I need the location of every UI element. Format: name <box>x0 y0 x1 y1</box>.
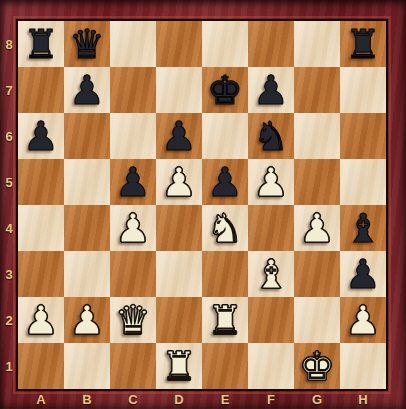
square-d8[interactable] <box>156 21 202 67</box>
piece-black-pawn[interactable]: ♟ <box>161 113 197 159</box>
square-f3[interactable]: ♝ <box>248 251 294 297</box>
piece-white-pawn[interactable]: ♟ <box>299 205 335 251</box>
file-label-f: F <box>248 389 294 409</box>
square-c3[interactable] <box>110 251 156 297</box>
square-h5[interactable] <box>340 159 386 205</box>
square-c2[interactable]: ♛ <box>110 297 156 343</box>
square-b3[interactable] <box>64 251 110 297</box>
square-a6[interactable]: ♟ <box>18 113 64 159</box>
square-h2[interactable]: ♟ <box>340 297 386 343</box>
square-a4[interactable] <box>18 205 64 251</box>
file-label-e: E <box>202 389 248 409</box>
rank-label-4: 4 <box>0 205 18 251</box>
square-f4[interactable] <box>248 205 294 251</box>
piece-black-queen[interactable]: ♛ <box>69 21 105 67</box>
rank-labels: 87654321 <box>0 21 18 389</box>
square-e8[interactable] <box>202 21 248 67</box>
square-d4[interactable] <box>156 205 202 251</box>
rank-label-3: 3 <box>0 251 18 297</box>
file-labels: ABCDEFGH <box>18 389 386 409</box>
square-e4[interactable]: ♞ <box>202 205 248 251</box>
square-e7[interactable]: ♚ <box>202 67 248 113</box>
file-label-a: A <box>18 389 64 409</box>
square-d6[interactable]: ♟ <box>156 113 202 159</box>
piece-white-pawn[interactable]: ♟ <box>161 159 197 205</box>
file-label-h: H <box>340 389 386 409</box>
square-h4[interactable]: ♝ <box>340 205 386 251</box>
piece-white-rook[interactable]: ♜ <box>161 343 197 389</box>
file-label-g: G <box>294 389 340 409</box>
rank-label-1: 1 <box>0 343 18 389</box>
square-d2[interactable] <box>156 297 202 343</box>
square-c8[interactable] <box>110 21 156 67</box>
square-c7[interactable] <box>110 67 156 113</box>
square-h7[interactable] <box>340 67 386 113</box>
piece-black-pawn[interactable]: ♟ <box>23 113 59 159</box>
square-e3[interactable] <box>202 251 248 297</box>
square-h8[interactable]: ♜ <box>340 21 386 67</box>
piece-white-rook[interactable]: ♜ <box>207 297 243 343</box>
square-c6[interactable] <box>110 113 156 159</box>
piece-white-pawn[interactable]: ♟ <box>253 159 289 205</box>
square-g2[interactable] <box>294 297 340 343</box>
piece-black-pawn[interactable]: ♟ <box>253 67 289 113</box>
square-a7[interactable] <box>18 67 64 113</box>
piece-white-pawn[interactable]: ♟ <box>69 297 105 343</box>
square-f1[interactable] <box>248 343 294 389</box>
square-a5[interactable] <box>18 159 64 205</box>
file-label-c: C <box>110 389 156 409</box>
square-b4[interactable] <box>64 205 110 251</box>
piece-white-bishop[interactable]: ♝ <box>253 251 289 297</box>
square-d1[interactable]: ♜ <box>156 343 202 389</box>
square-a3[interactable] <box>18 251 64 297</box>
square-g3[interactable] <box>294 251 340 297</box>
piece-white-knight[interactable]: ♞ <box>207 205 243 251</box>
square-d7[interactable] <box>156 67 202 113</box>
piece-black-rook[interactable]: ♜ <box>345 21 381 67</box>
piece-white-pawn[interactable]: ♟ <box>115 205 151 251</box>
piece-black-king[interactable]: ♚ <box>207 67 243 113</box>
piece-black-bishop[interactable]: ♝ <box>345 205 381 251</box>
rank-label-8: 8 <box>0 21 18 67</box>
square-e5[interactable]: ♟ <box>202 159 248 205</box>
square-g5[interactable] <box>294 159 340 205</box>
piece-black-pawn[interactable]: ♟ <box>115 159 151 205</box>
piece-white-queen[interactable]: ♛ <box>115 297 151 343</box>
square-c5[interactable]: ♟ <box>110 159 156 205</box>
rank-label-2: 2 <box>0 297 18 343</box>
square-f2[interactable] <box>248 297 294 343</box>
square-b2[interactable]: ♟ <box>64 297 110 343</box>
square-h1[interactable] <box>340 343 386 389</box>
rank-label-6: 6 <box>0 113 18 159</box>
square-b5[interactable] <box>64 159 110 205</box>
square-d5[interactable]: ♟ <box>156 159 202 205</box>
square-b8[interactable]: ♛ <box>64 21 110 67</box>
square-d3[interactable] <box>156 251 202 297</box>
square-g1[interactable]: ♚ <box>294 343 340 389</box>
file-label-d: D <box>156 389 202 409</box>
piece-white-pawn[interactable]: ♟ <box>23 297 59 343</box>
piece-black-pawn[interactable]: ♟ <box>345 251 381 297</box>
square-f8[interactable] <box>248 21 294 67</box>
square-b6[interactable] <box>64 113 110 159</box>
square-e1[interactable] <box>202 343 248 389</box>
square-a1[interactable] <box>18 343 64 389</box>
square-b1[interactable] <box>64 343 110 389</box>
square-c4[interactable]: ♟ <box>110 205 156 251</box>
square-h6[interactable] <box>340 113 386 159</box>
file-label-b: B <box>64 389 110 409</box>
piece-black-rook[interactable]: ♜ <box>23 21 59 67</box>
square-g7[interactable] <box>294 67 340 113</box>
square-g8[interactable] <box>294 21 340 67</box>
piece-black-pawn[interactable]: ♟ <box>207 159 243 205</box>
square-a8[interactable]: ♜ <box>18 21 64 67</box>
square-f7[interactable]: ♟ <box>248 67 294 113</box>
piece-white-pawn[interactable]: ♟ <box>345 297 381 343</box>
piece-black-knight[interactable]: ♞ <box>253 113 289 159</box>
piece-white-king[interactable]: ♚ <box>299 343 335 389</box>
square-e2[interactable]: ♜ <box>202 297 248 343</box>
square-g4[interactable]: ♟ <box>294 205 340 251</box>
square-f6[interactable]: ♞ <box>248 113 294 159</box>
board-frame: 87654321 ABCDEFGH ♜♛♜♟♚♟♟♟♞♟♟♟♟♟♞♟♝♝♟♟♟♛… <box>0 0 406 409</box>
square-f5[interactable]: ♟ <box>248 159 294 205</box>
square-h3[interactable]: ♟ <box>340 251 386 297</box>
rank-label-7: 7 <box>0 67 18 113</box>
square-b7[interactable]: ♟ <box>64 67 110 113</box>
square-a2[interactable]: ♟ <box>18 297 64 343</box>
chess-board: ♜♛♜♟♚♟♟♟♞♟♟♟♟♟♞♟♝♝♟♟♟♛♜♟♜♚ <box>18 21 386 389</box>
square-e6[interactable] <box>202 113 248 159</box>
piece-black-pawn[interactable]: ♟ <box>69 67 105 113</box>
square-g6[interactable] <box>294 113 340 159</box>
rank-label-5: 5 <box>0 159 18 205</box>
square-c1[interactable] <box>110 343 156 389</box>
